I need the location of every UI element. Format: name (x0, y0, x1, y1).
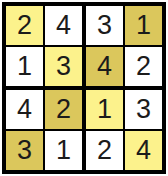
cell-r2c3: 4 (86, 47, 125, 90)
cell-r1c2: 4 (45, 6, 86, 47)
page: 2431134242133124 (0, 0, 168, 176)
cell-r2c1: 1 (6, 47, 45, 90)
cell-r4c3: 2 (86, 131, 125, 170)
cell-r2c2: 3 (45, 47, 86, 90)
cell-r3c1: 4 (6, 90, 45, 131)
cell-r1c1: 2 (6, 6, 45, 47)
cell-r2c4: 2 (125, 47, 162, 90)
cell-r1c3: 3 (86, 6, 125, 47)
cell-r3c2: 2 (45, 90, 86, 131)
cell-r1c4: 1 (125, 6, 162, 47)
cell-r4c1: 3 (6, 131, 45, 170)
cell-r4c2: 1 (45, 131, 86, 170)
cell-r3c3: 1 (86, 90, 125, 131)
cell-r3c4: 3 (125, 90, 162, 131)
sudoku-board: 2431134242133124 (2, 2, 166, 174)
cell-r4c4: 4 (125, 131, 162, 170)
